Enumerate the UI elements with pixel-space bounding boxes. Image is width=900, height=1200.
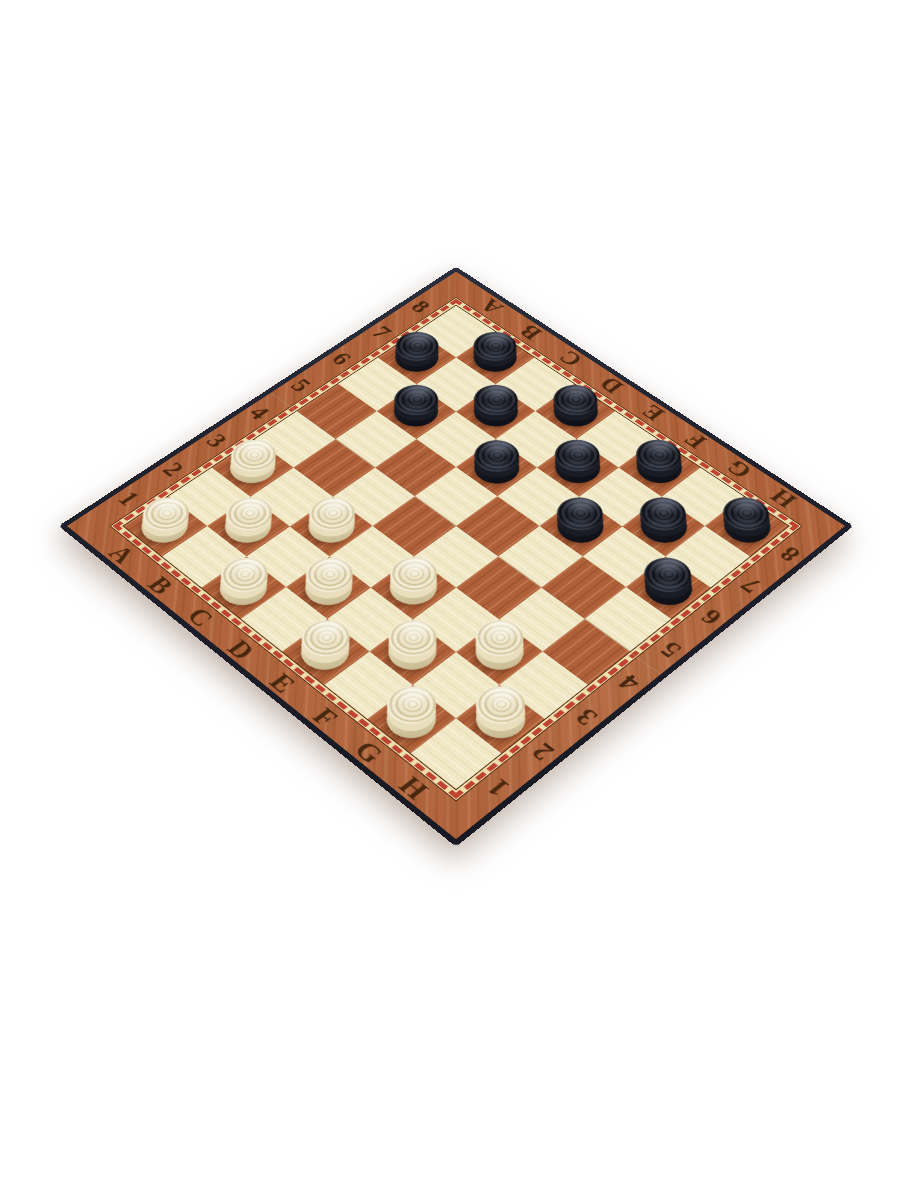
page-background: ABCDEFGH ABCDEFGH 87654321 87654321 — [0, 0, 900, 1200]
board-backing: ABCDEFGH ABCDEFGH 87654321 87654321 — [59, 267, 854, 847]
checkers-board — [122, 305, 790, 791]
board-wood-face: ABCDEFGH ABCDEFGH 87654321 87654321 — [67, 272, 845, 839]
board-shadow: ABCDEFGH ABCDEFGH 87654321 87654321 — [175, 245, 737, 807]
